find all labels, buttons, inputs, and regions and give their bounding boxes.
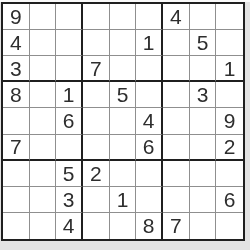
sudoku-cell-r1c6[interactable]	[136, 4, 163, 30]
page-background: 94415371815364976252316487	[0, 0, 250, 250]
sudoku-cell-r7c8[interactable]	[190, 161, 217, 187]
sudoku-cell-r6c2[interactable]	[30, 135, 57, 161]
sudoku-cell-r4c7[interactable]	[163, 82, 190, 108]
sudoku-cell-r8c1[interactable]	[3, 187, 30, 213]
sudoku-cell-r8c4[interactable]	[83, 187, 110, 213]
sudoku-cell-r8c9[interactable]: 6	[216, 187, 243, 213]
sudoku-cell-r9c8[interactable]	[190, 213, 217, 239]
sudoku-cell-r3c7[interactable]	[163, 56, 190, 82]
sudoku-cell-r9c1[interactable]	[3, 213, 30, 239]
sudoku-cell-r5c4[interactable]	[83, 108, 110, 134]
sudoku-cell-r8c8[interactable]	[190, 187, 217, 213]
sudoku-cell-r2c7[interactable]	[163, 30, 190, 56]
sudoku-cell-r2c5[interactable]	[110, 30, 137, 56]
sudoku-cell-r1c3[interactable]	[56, 4, 83, 30]
sudoku-cell-r6c1[interactable]: 7	[3, 135, 30, 161]
sudoku-cell-r1c2[interactable]	[30, 4, 57, 30]
sudoku-cell-r5c6[interactable]: 4	[136, 108, 163, 134]
sudoku-cell-r7c6[interactable]	[136, 161, 163, 187]
sudoku-cell-r7c9[interactable]	[216, 161, 243, 187]
sudoku-cell-r4c6[interactable]	[136, 82, 163, 108]
sudoku-cell-r2c6[interactable]: 1	[136, 30, 163, 56]
sudoku-cell-r9c4[interactable]	[83, 213, 110, 239]
sudoku-cell-r3c5[interactable]	[110, 56, 137, 82]
sudoku-cell-r7c2[interactable]	[30, 161, 57, 187]
sudoku-cell-r7c5[interactable]	[110, 161, 137, 187]
sudoku-cell-r2c3[interactable]	[56, 30, 83, 56]
sudoku-cell-r8c5[interactable]: 1	[110, 187, 137, 213]
sudoku-cell-r5c5[interactable]	[110, 108, 137, 134]
sudoku-cell-r9c3[interactable]: 4	[56, 213, 83, 239]
sudoku-cell-r4c8[interactable]: 3	[190, 82, 217, 108]
sudoku-cell-r7c4[interactable]: 2	[83, 161, 110, 187]
sudoku-cell-r3c3[interactable]	[56, 56, 83, 82]
sudoku-cell-r6c3[interactable]	[56, 135, 83, 161]
sudoku-cell-r8c7[interactable]	[163, 187, 190, 213]
sudoku-cell-r6c4[interactable]	[83, 135, 110, 161]
sudoku-cell-r9c5[interactable]	[110, 213, 137, 239]
sudoku-cell-r3c2[interactable]	[30, 56, 57, 82]
sudoku-cell-r6c6[interactable]: 6	[136, 135, 163, 161]
sudoku-cell-r4c9[interactable]	[216, 82, 243, 108]
sudoku-cell-r1c5[interactable]	[110, 4, 137, 30]
sudoku-cell-r5c8[interactable]	[190, 108, 217, 134]
sudoku-cell-r2c1[interactable]: 4	[3, 30, 30, 56]
sudoku-cell-r9c7[interactable]: 7	[163, 213, 190, 239]
sudoku-cell-r6c8[interactable]	[190, 135, 217, 161]
sudoku-cell-r5c7[interactable]	[163, 108, 190, 134]
sudoku-cell-r5c3[interactable]: 6	[56, 108, 83, 134]
sudoku-cell-r4c3[interactable]: 1	[56, 82, 83, 108]
sudoku-cell-r3c4[interactable]: 7	[83, 56, 110, 82]
sudoku-cell-r3c6[interactable]	[136, 56, 163, 82]
sudoku-cell-r1c9[interactable]	[216, 4, 243, 30]
sudoku-cell-r4c1[interactable]: 8	[3, 82, 30, 108]
sudoku-cell-r2c9[interactable]	[216, 30, 243, 56]
sudoku-cell-r9c6[interactable]: 8	[136, 213, 163, 239]
sudoku-cell-r1c7[interactable]: 4	[163, 4, 190, 30]
sudoku-cell-r3c9[interactable]: 1	[216, 56, 243, 82]
sudoku-cell-r6c9[interactable]: 2	[216, 135, 243, 161]
sudoku-cell-r5c9[interactable]: 9	[216, 108, 243, 134]
sudoku-cell-r1c4[interactable]	[83, 4, 110, 30]
sudoku-cell-r3c1[interactable]: 3	[3, 56, 30, 82]
sudoku-cell-r1c1[interactable]: 9	[3, 4, 30, 30]
sudoku-cell-r6c5[interactable]	[110, 135, 137, 161]
sudoku-board: 94415371815364976252316487	[1, 2, 245, 241]
sudoku-cell-r2c8[interactable]: 5	[190, 30, 217, 56]
sudoku-cell-r2c4[interactable]	[83, 30, 110, 56]
sudoku-cell-r4c5[interactable]: 5	[110, 82, 137, 108]
sudoku-cell-r7c1[interactable]	[3, 161, 30, 187]
sudoku-cell-r6c7[interactable]	[163, 135, 190, 161]
sudoku-cell-r7c3[interactable]: 5	[56, 161, 83, 187]
sudoku-cell-r2c2[interactable]	[30, 30, 57, 56]
sudoku-cell-r8c2[interactable]	[30, 187, 57, 213]
sudoku-cell-r7c7[interactable]	[163, 161, 190, 187]
sudoku-cell-r8c3[interactable]: 3	[56, 187, 83, 213]
sudoku-cell-r9c9[interactable]	[216, 213, 243, 239]
sudoku-cell-r5c1[interactable]	[3, 108, 30, 134]
sudoku-cell-r4c2[interactable]	[30, 82, 57, 108]
sudoku-cell-r4c4[interactable]	[83, 82, 110, 108]
sudoku-cell-r9c2[interactable]	[30, 213, 57, 239]
sudoku-cell-r3c8[interactable]	[190, 56, 217, 82]
sudoku-cell-r1c8[interactable]	[190, 4, 217, 30]
sudoku-cell-r8c6[interactable]	[136, 187, 163, 213]
sudoku-cell-r5c2[interactable]	[30, 108, 57, 134]
